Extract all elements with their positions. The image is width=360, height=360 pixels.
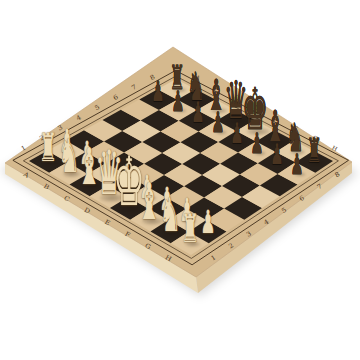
chess-board: AABBCCDDEEFFGGHH1122334455667788: [0, 0, 360, 360]
product-photo-chess-set: AABBCCDDEEFFGGHH1122334455667788 ♜♞♝♛♚♝♞…: [0, 0, 360, 360]
